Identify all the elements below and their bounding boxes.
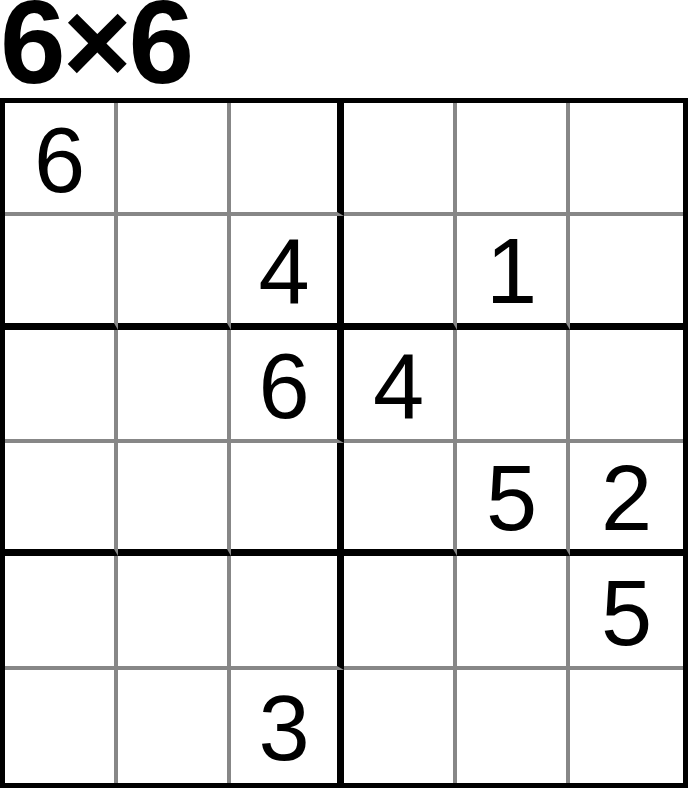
cell-r6c3[interactable]: 3	[231, 670, 344, 783]
cell-r3c2[interactable]	[118, 330, 231, 443]
cell-r2c6[interactable]	[570, 216, 683, 329]
cell-r4c4[interactable]	[344, 443, 457, 556]
cell-r1c1[interactable]: 6	[5, 103, 118, 216]
given-digit: 4	[258, 221, 309, 317]
given-digit: 4	[373, 336, 424, 432]
sudoku-grid: 641645253	[0, 98, 688, 788]
cell-r1c4[interactable]	[344, 103, 457, 216]
cell-r6c2[interactable]	[118, 670, 231, 783]
cell-r2c5[interactable]: 1	[457, 216, 570, 329]
cell-r2c2[interactable]	[118, 216, 231, 329]
cell-r6c6[interactable]	[570, 670, 683, 783]
given-digit: 3	[258, 678, 309, 774]
cell-r4c6[interactable]: 2	[570, 443, 683, 556]
cell-r1c5[interactable]	[457, 103, 570, 216]
given-digit: 6	[34, 110, 85, 206]
cell-r3c1[interactable]	[5, 330, 118, 443]
cell-r1c2[interactable]	[118, 103, 231, 216]
given-digit: 5	[486, 448, 537, 544]
cell-r4c2[interactable]	[118, 443, 231, 556]
cell-r1c3[interactable]	[231, 103, 344, 216]
cell-r5c6[interactable]: 5	[570, 556, 683, 669]
cell-r2c1[interactable]	[5, 216, 118, 329]
given-digit: 1	[486, 221, 537, 317]
cell-r4c5[interactable]: 5	[457, 443, 570, 556]
cell-r3c6[interactable]	[570, 330, 683, 443]
cell-r2c4[interactable]	[344, 216, 457, 329]
sudoku-page: 6×6 641645253	[0, 0, 688, 788]
given-digit: 5	[601, 563, 652, 659]
cell-r3c3[interactable]: 6	[231, 330, 344, 443]
puzzle-title: 6×6	[0, 0, 191, 101]
cell-r5c1[interactable]	[5, 556, 118, 669]
cell-r1c6[interactable]	[570, 103, 683, 216]
cell-r2c3[interactable]: 4	[231, 216, 344, 329]
given-digit: 2	[601, 448, 652, 544]
cell-r5c5[interactable]	[457, 556, 570, 669]
cell-r3c5[interactable]	[457, 330, 570, 443]
cell-r6c5[interactable]	[457, 670, 570, 783]
cell-r5c2[interactable]	[118, 556, 231, 669]
cell-r3c4[interactable]: 4	[344, 330, 457, 443]
given-digit: 6	[258, 336, 309, 432]
cell-r6c4[interactable]	[344, 670, 457, 783]
cell-r6c1[interactable]	[5, 670, 118, 783]
cell-r4c3[interactable]	[231, 443, 344, 556]
cell-r4c1[interactable]	[5, 443, 118, 556]
cell-r5c4[interactable]	[344, 556, 457, 669]
cell-r5c3[interactable]	[231, 556, 344, 669]
